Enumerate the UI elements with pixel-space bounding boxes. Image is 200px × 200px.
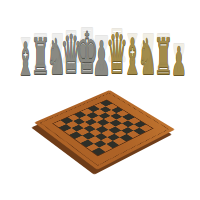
board-grid (52, 99, 153, 156)
piece-gold-pawn: ♟ (171, 43, 186, 80)
piece-gold-rook: ♜ (156, 34, 171, 80)
chessboard (54, 76, 154, 176)
pieces-lineup: ♝♜♞♛♚♟♛♝♞♜♟ (18, 18, 186, 80)
product-photo: ♝♜♞♛♚♟♛♝♞♜♟ (0, 0, 200, 200)
board-leather-border (34, 90, 175, 170)
pawn-glyph-icon: ♟ (171, 43, 187, 80)
